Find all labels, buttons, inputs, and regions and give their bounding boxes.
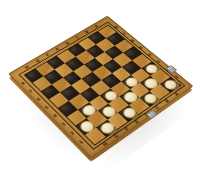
square-f4 xyxy=(80,87,100,102)
square-h6 xyxy=(41,84,61,99)
coord-label: 1 xyxy=(173,74,179,79)
square-g4 xyxy=(69,94,89,110)
coord-label: E xyxy=(54,46,60,50)
checker-white-g1 xyxy=(98,120,118,137)
checker-white-h2 xyxy=(77,119,97,135)
coord-label: 6 xyxy=(130,38,136,42)
square-d1 xyxy=(129,98,149,114)
checker-white-e3 xyxy=(101,88,120,103)
square-h1 xyxy=(85,127,106,144)
coord-label: 8 xyxy=(113,25,119,29)
square-f5 xyxy=(71,79,91,94)
square-e1 xyxy=(118,105,138,121)
square-h5 xyxy=(49,92,69,108)
square-h4 xyxy=(58,101,78,117)
coord-label: 4 xyxy=(147,52,153,57)
square-f1 xyxy=(107,112,127,128)
square-b1 xyxy=(150,84,170,99)
square-d3 xyxy=(110,81,130,96)
square-f3 xyxy=(89,95,109,111)
product-photo-scene: HGFEDCBA HGFEDCBA 87654321 87654321 xyxy=(0,0,200,182)
square-f2 xyxy=(98,104,118,120)
checker-white-e1 xyxy=(120,105,140,121)
square-e2 xyxy=(109,97,129,113)
square-d2 xyxy=(119,90,139,105)
coord-label: A xyxy=(93,24,99,28)
square-e4 xyxy=(91,80,111,95)
checkers-board-3d: HGFEDCBA HGFEDCBA 87654321 87654321 xyxy=(8,16,193,159)
coord-label: 3 xyxy=(155,60,161,65)
square-h3 xyxy=(66,109,86,125)
coord-label: 5 xyxy=(138,45,144,49)
board-face: HGFEDCBA HGFEDCBA 87654321 87654321 xyxy=(8,16,193,159)
square-g3 xyxy=(78,102,98,118)
square-g1 xyxy=(96,120,117,137)
checker-white-g3 xyxy=(79,102,99,118)
square-e3 xyxy=(100,88,120,103)
square-h2 xyxy=(75,118,96,135)
checker-white-f2 xyxy=(99,104,119,120)
square-g5 xyxy=(60,86,80,101)
square-c1 xyxy=(139,91,159,107)
checker-white-d2 xyxy=(121,90,141,105)
coord-label: F xyxy=(45,52,51,57)
square-c2 xyxy=(130,83,150,98)
coord-label: B xyxy=(84,29,90,33)
checker-white-c1 xyxy=(141,91,161,106)
square-g2 xyxy=(87,111,107,127)
coord-label: C xyxy=(74,35,80,39)
coord-label: 7 xyxy=(121,32,127,36)
